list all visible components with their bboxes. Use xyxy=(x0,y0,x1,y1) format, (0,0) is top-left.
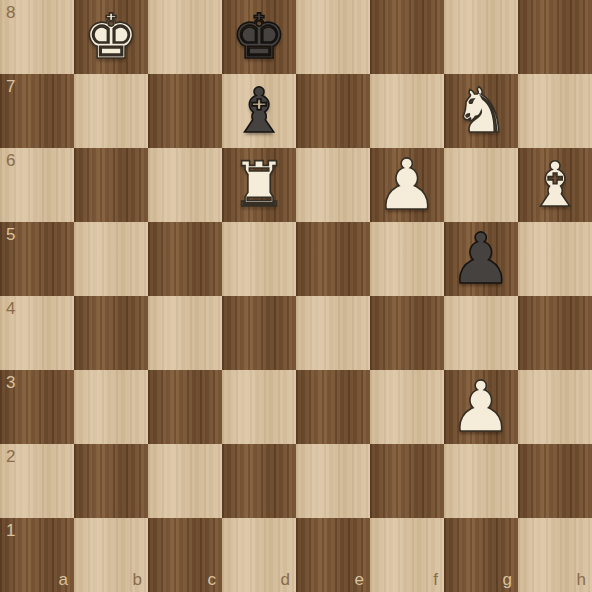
square-f4[interactable] xyxy=(370,296,444,370)
square-d5[interactable] xyxy=(222,222,296,296)
square-e8[interactable] xyxy=(296,0,370,74)
square-d1[interactable]: d xyxy=(222,518,296,592)
chess-board: 8♚♚7♝♞6♜♟♝5♟43♟21abcdefgh xyxy=(0,0,592,592)
square-g7[interactable]: ♞ xyxy=(444,74,518,148)
file-label-f: f xyxy=(433,570,438,590)
square-f5[interactable] xyxy=(370,222,444,296)
square-g5[interactable]: ♟ xyxy=(444,222,518,296)
square-d6[interactable]: ♜ xyxy=(222,148,296,222)
square-c2[interactable] xyxy=(148,444,222,518)
square-h8[interactable] xyxy=(518,0,592,74)
square-c5[interactable] xyxy=(148,222,222,296)
file-label-a: a xyxy=(59,570,68,590)
square-c1[interactable]: c xyxy=(148,518,222,592)
square-d8[interactable]: ♚ xyxy=(222,0,296,74)
rank-label-6: 6 xyxy=(6,151,15,171)
square-b1[interactable]: b xyxy=(74,518,148,592)
chess-board-container: 8♚♚7♝♞6♜♟♝5♟43♟21abcdefgh xyxy=(0,0,592,592)
square-h6[interactable]: ♝ xyxy=(518,148,592,222)
square-h5[interactable] xyxy=(518,222,592,296)
file-label-b: b xyxy=(133,570,142,590)
square-g2[interactable] xyxy=(444,444,518,518)
white-bishop[interactable]: ♝ xyxy=(527,148,583,222)
square-e3[interactable] xyxy=(296,370,370,444)
square-a3[interactable]: 3 xyxy=(0,370,74,444)
square-b8[interactable]: ♚ xyxy=(74,0,148,74)
square-g4[interactable] xyxy=(444,296,518,370)
square-f6[interactable]: ♟ xyxy=(370,148,444,222)
square-f2[interactable] xyxy=(370,444,444,518)
square-b2[interactable] xyxy=(74,444,148,518)
white-king[interactable]: ♚ xyxy=(83,0,139,74)
square-d7[interactable]: ♝ xyxy=(222,74,296,148)
white-pawn[interactable]: ♟ xyxy=(450,370,513,444)
square-e1[interactable]: e xyxy=(296,518,370,592)
square-d2[interactable] xyxy=(222,444,296,518)
square-a4[interactable]: 4 xyxy=(0,296,74,370)
square-d3[interactable] xyxy=(222,370,296,444)
square-b4[interactable] xyxy=(74,296,148,370)
square-e6[interactable] xyxy=(296,148,370,222)
square-a7[interactable]: 7 xyxy=(0,74,74,148)
square-h4[interactable] xyxy=(518,296,592,370)
square-g1[interactable]: g xyxy=(444,518,518,592)
rank-label-1: 1 xyxy=(6,521,15,541)
square-g3[interactable]: ♟ xyxy=(444,370,518,444)
square-f7[interactable] xyxy=(370,74,444,148)
square-e4[interactable] xyxy=(296,296,370,370)
square-a1[interactable]: 1a xyxy=(0,518,74,592)
square-f1[interactable]: f xyxy=(370,518,444,592)
rank-label-7: 7 xyxy=(6,77,15,97)
square-a6[interactable]: 6 xyxy=(0,148,74,222)
square-h1[interactable]: h xyxy=(518,518,592,592)
file-label-h: h xyxy=(577,570,586,590)
black-king[interactable]: ♚ xyxy=(231,0,287,74)
white-knight[interactable]: ♞ xyxy=(453,74,509,148)
square-c3[interactable] xyxy=(148,370,222,444)
file-label-d: d xyxy=(281,570,290,590)
square-h2[interactable] xyxy=(518,444,592,518)
white-rook[interactable]: ♜ xyxy=(231,148,287,222)
rank-label-3: 3 xyxy=(6,373,15,393)
square-d4[interactable] xyxy=(222,296,296,370)
rank-label-8: 8 xyxy=(6,3,15,23)
square-h7[interactable] xyxy=(518,74,592,148)
file-label-c: c xyxy=(208,570,217,590)
square-a2[interactable]: 2 xyxy=(0,444,74,518)
square-c6[interactable] xyxy=(148,148,222,222)
square-h3[interactable] xyxy=(518,370,592,444)
square-b5[interactable] xyxy=(74,222,148,296)
rank-label-4: 4 xyxy=(6,299,15,319)
white-pawn[interactable]: ♟ xyxy=(376,148,439,222)
square-f3[interactable] xyxy=(370,370,444,444)
square-c7[interactable] xyxy=(148,74,222,148)
square-a8[interactable]: 8 xyxy=(0,0,74,74)
square-e5[interactable] xyxy=(296,222,370,296)
square-g6[interactable] xyxy=(444,148,518,222)
square-c4[interactable] xyxy=(148,296,222,370)
square-b3[interactable] xyxy=(74,370,148,444)
file-label-e: e xyxy=(355,570,364,590)
rank-label-5: 5 xyxy=(6,225,15,245)
file-label-g: g xyxy=(503,570,512,590)
square-c8[interactable] xyxy=(148,0,222,74)
square-g8[interactable] xyxy=(444,0,518,74)
square-e2[interactable] xyxy=(296,444,370,518)
black-bishop[interactable]: ♝ xyxy=(231,74,287,148)
square-e7[interactable] xyxy=(296,74,370,148)
square-b6[interactable] xyxy=(74,148,148,222)
square-b7[interactable] xyxy=(74,74,148,148)
square-f8[interactable] xyxy=(370,0,444,74)
square-a5[interactable]: 5 xyxy=(0,222,74,296)
rank-label-2: 2 xyxy=(6,447,15,467)
black-pawn[interactable]: ♟ xyxy=(450,222,513,296)
